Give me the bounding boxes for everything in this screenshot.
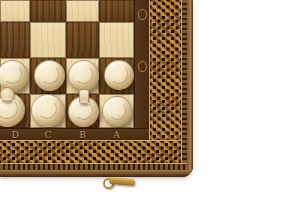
carved-lattice-border-right — [149, 0, 182, 140]
box-lid-edge-right — [187, 0, 193, 177]
square-c5[interactable] — [30, 0, 66, 22]
carved-rosette-icon — [138, 61, 147, 72]
square-c6[interactable] — [30, 22, 66, 58]
photo-stage: DCBA — [0, 0, 300, 200]
piece-white-pawn-b7[interactable] — [68, 60, 99, 91]
square-d6[interactable] — [0, 22, 30, 58]
queen-knob-icon — [0, 87, 15, 102]
chess-box: DCBA — [0, 0, 193, 177]
square-b6[interactable] — [66, 22, 99, 58]
king-finial-icon — [79, 89, 89, 104]
carved-lattice-border-bottom — [0, 140, 186, 164]
piece-white-king-b8[interactable] — [68, 96, 99, 127]
piece-white-pawn-a8[interactable] — [102, 96, 132, 126]
square-a5[interactable] — [99, 0, 134, 22]
box-lid-edge-bottom — [0, 170, 193, 177]
square-b5[interactable] — [66, 0, 99, 22]
chess-board — [0, 0, 134, 128]
piece-white-pawn-c8[interactable] — [31, 94, 64, 127]
square-a6[interactable] — [99, 22, 134, 58]
square-d5[interactable] — [0, 0, 30, 22]
piece-white-pawn-c7[interactable] — [34, 60, 65, 91]
carved-rosette-icon — [138, 9, 147, 20]
rank-coordinates-strip — [134, 0, 150, 128]
piece-white-pawn-a7[interactable] — [104, 60, 134, 90]
